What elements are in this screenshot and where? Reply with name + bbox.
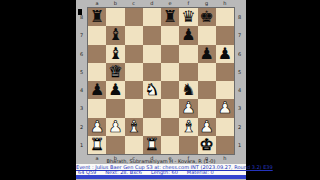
rank-label-4: 4 xyxy=(235,81,244,99)
black-bishop: ♝ xyxy=(108,45,122,63)
rank-label-1: 1 xyxy=(77,136,86,154)
square-h5 xyxy=(216,63,234,81)
rank-label-2: 2 xyxy=(77,118,86,136)
white-pawn: ♟ xyxy=(199,118,213,136)
square-b8 xyxy=(106,8,124,26)
square-e2 xyxy=(161,118,179,136)
square-c3 xyxy=(125,99,143,117)
white-bishop: ♝ xyxy=(181,118,195,136)
square-g8: ♚ xyxy=(198,8,216,26)
file-label-d: d xyxy=(143,0,161,7)
square-g6: ♟ xyxy=(198,45,216,63)
file-label-f: f xyxy=(179,0,197,7)
black-rook: ♜ xyxy=(163,8,177,26)
file-label-b: b xyxy=(106,0,124,7)
square-b6: ♝ xyxy=(106,45,124,63)
black-pawn: ♟ xyxy=(108,81,122,99)
black-rook: ♜ xyxy=(90,8,104,26)
square-b1 xyxy=(106,136,124,154)
square-b5: ♛ xyxy=(106,63,124,81)
rank-label-7: 7 xyxy=(235,26,244,44)
white-rook: ♜ xyxy=(90,136,104,154)
square-e4 xyxy=(161,81,179,99)
square-d3 xyxy=(143,99,161,117)
black-knight: ♞ xyxy=(181,81,195,99)
square-b4: ♟ xyxy=(106,81,124,99)
rank-label-6: 6 xyxy=(235,45,244,63)
black-pawn: ♟ xyxy=(199,45,213,63)
rank-labels-left: 87654321 xyxy=(77,8,86,154)
white-king: ♚ xyxy=(199,136,213,154)
rank-label-5: 5 xyxy=(235,63,244,81)
square-a4: ♟ xyxy=(88,81,106,99)
rank-label-5: 5 xyxy=(77,63,86,81)
square-a6 xyxy=(88,45,106,63)
file-label-h: h xyxy=(216,0,234,7)
square-c5 xyxy=(125,63,143,81)
black-queen: ♛ xyxy=(181,8,195,26)
square-f5 xyxy=(179,63,197,81)
white-pawn: ♟ xyxy=(181,99,195,117)
square-d1: ♜ xyxy=(143,136,161,154)
side-to-move-indicator xyxy=(78,9,82,15)
white-knight: ♞ xyxy=(145,81,159,99)
square-c4 xyxy=(125,81,143,99)
black-pawn: ♟ xyxy=(218,45,232,63)
square-d8 xyxy=(143,8,161,26)
square-g3 xyxy=(198,99,216,117)
square-h3: ♟ xyxy=(216,99,234,117)
file-label-g: g xyxy=(198,0,216,7)
rank-label-1: 1 xyxy=(235,136,244,154)
square-d5 xyxy=(143,63,161,81)
square-e8: ♜ xyxy=(161,8,179,26)
black-pawn: ♟ xyxy=(181,26,195,44)
square-e7 xyxy=(161,26,179,44)
square-h4 xyxy=(216,81,234,99)
white-pawn: ♟ xyxy=(108,118,122,136)
file-labels-top: abcdefgh xyxy=(88,0,234,7)
square-h8 xyxy=(216,8,234,26)
board-panel: abcdefgh 87654321 ♜♜♛♚♝♟♝♟♟♛♟♟♞♞♟♟♟♟♝♝♟♜… xyxy=(76,0,246,180)
square-f3: ♟ xyxy=(179,99,197,117)
square-e3 xyxy=(161,99,179,117)
white-pawn: ♟ xyxy=(218,99,232,117)
black-pawn: ♟ xyxy=(90,81,104,99)
rank-labels-right: 87654321 xyxy=(235,8,244,154)
video-frame: abcdefgh 87654321 ♜♜♛♚♝♟♝♟♟♛♟♟♞♞♟♟♟♟♝♝♟♜… xyxy=(0,0,320,180)
square-c2: ♝ xyxy=(125,118,143,136)
square-c1 xyxy=(125,136,143,154)
square-c6 xyxy=(125,45,143,63)
square-f4: ♞ xyxy=(179,81,197,99)
rank-label-6: 6 xyxy=(77,45,86,63)
square-g7 xyxy=(198,26,216,44)
square-f7: ♟ xyxy=(179,26,197,44)
square-d6 xyxy=(143,45,161,63)
square-h6: ♟ xyxy=(216,45,234,63)
square-d7 xyxy=(143,26,161,44)
white-rook: ♜ xyxy=(145,136,159,154)
square-e5 xyxy=(161,63,179,81)
square-f2: ♝ xyxy=(179,118,197,136)
square-g2: ♟ xyxy=(198,118,216,136)
caption-band: Event : Julius Baer Gen Cup S3 at: chess… xyxy=(76,164,246,175)
white-bishop: ♝ xyxy=(126,118,140,136)
square-d2 xyxy=(143,118,161,136)
rank-label-8: 8 xyxy=(235,8,244,26)
square-h7 xyxy=(216,26,234,44)
square-a3 xyxy=(88,99,106,117)
square-d4: ♞ xyxy=(143,81,161,99)
square-b2: ♟ xyxy=(106,118,124,136)
square-g5 xyxy=(198,63,216,81)
square-a7 xyxy=(88,26,106,44)
square-f8: ♛ xyxy=(179,8,197,26)
white-pawn: ♟ xyxy=(90,118,104,136)
file-label-a: a xyxy=(88,0,106,7)
square-c8 xyxy=(125,8,143,26)
square-b7: ♝ xyxy=(106,26,124,44)
square-a1: ♜ xyxy=(88,136,106,154)
white-queen: ♛ xyxy=(108,63,122,81)
square-g1: ♚ xyxy=(198,136,216,154)
square-a8: ♜ xyxy=(88,8,106,26)
footer-bar xyxy=(76,175,246,179)
file-label-e: e xyxy=(161,0,179,7)
square-a5 xyxy=(88,63,106,81)
square-g4 xyxy=(198,81,216,99)
rank-label-3: 3 xyxy=(77,99,86,117)
rank-label-7: 7 xyxy=(77,26,86,44)
square-c7 xyxy=(125,26,143,44)
square-b3 xyxy=(106,99,124,117)
square-h2 xyxy=(216,118,234,136)
square-h1 xyxy=(216,136,234,154)
chess-board: ♜♜♛♚♝♟♝♟♟♛♟♟♞♞♟♟♟♟♝♝♟♜♜♚ xyxy=(88,8,234,154)
square-e6 xyxy=(161,45,179,63)
square-f1 xyxy=(179,136,197,154)
black-bishop: ♝ xyxy=(108,26,122,44)
square-e1 xyxy=(161,136,179,154)
square-f6 xyxy=(179,45,197,63)
rank-label-3: 3 xyxy=(235,99,244,117)
rank-label-2: 2 xyxy=(235,118,244,136)
file-label-c: c xyxy=(125,0,143,7)
black-king: ♚ xyxy=(199,8,213,26)
rank-label-4: 4 xyxy=(77,81,86,99)
square-a2: ♟ xyxy=(88,118,106,136)
